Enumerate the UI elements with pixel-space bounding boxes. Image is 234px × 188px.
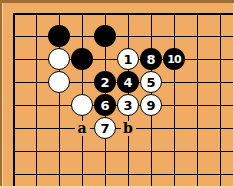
board-intersection: 8 xyxy=(140,48,163,71)
move-stone-black: 10 xyxy=(163,48,185,70)
board-intersection: 6 xyxy=(94,94,117,117)
board-intersection xyxy=(48,71,71,94)
move-stone-black: 2 xyxy=(94,71,116,93)
go-board-diagram: 18102456397ab xyxy=(0,0,234,188)
board-intersection: 5 xyxy=(140,71,163,94)
board-intersection: b xyxy=(117,117,140,140)
board-intersection xyxy=(71,48,94,71)
point-label-b: b xyxy=(121,121,136,136)
move-stone-black: 8 xyxy=(140,48,162,70)
point-label-a: a xyxy=(75,121,90,136)
board-intersection: 10 xyxy=(163,48,186,71)
move-number: 9 xyxy=(146,99,155,112)
board-intersection xyxy=(94,25,117,48)
board-frame-bottom xyxy=(0,186,234,188)
move-number: 2 xyxy=(100,76,109,89)
move-stone-black: 6 xyxy=(94,94,116,116)
move-stone-white: 5 xyxy=(140,71,162,93)
move-number: 1 xyxy=(123,53,132,66)
move-number: 5 xyxy=(146,76,155,89)
board-intersection: 4 xyxy=(117,71,140,94)
move-number: 6 xyxy=(100,99,109,112)
move-stone-white: 9 xyxy=(140,94,162,116)
board-frame-left-highlight xyxy=(2,3,3,188)
board-intersection: 7 xyxy=(94,117,117,140)
move-number: 4 xyxy=(123,76,132,89)
move-number: 7 xyxy=(100,122,109,135)
stone-white xyxy=(48,71,70,93)
move-stone-white: 3 xyxy=(117,94,139,116)
stones-grid: 18102456397ab xyxy=(2,2,232,186)
board-intersection xyxy=(48,48,71,71)
stone-black xyxy=(48,25,70,47)
move-number: 10 xyxy=(167,54,180,65)
board-intersection xyxy=(71,94,94,117)
stone-black xyxy=(71,48,93,70)
move-stone-white: 7 xyxy=(94,117,116,139)
board-frame-top xyxy=(0,0,234,3)
board-intersection: 3 xyxy=(117,94,140,117)
stone-white xyxy=(71,94,93,116)
move-number: 8 xyxy=(146,53,155,66)
move-stone-white: 1 xyxy=(117,48,139,70)
board-intersection xyxy=(48,25,71,48)
board-intersection: 2 xyxy=(94,71,117,94)
board-intersection: 1 xyxy=(117,48,140,71)
stone-white xyxy=(48,48,70,70)
move-stone-black: 4 xyxy=(117,71,139,93)
board-intersection: a xyxy=(71,117,94,140)
stone-black xyxy=(94,25,116,47)
board-intersection: 9 xyxy=(140,94,163,117)
move-number: 3 xyxy=(123,99,132,112)
board-frame-right xyxy=(233,3,234,188)
